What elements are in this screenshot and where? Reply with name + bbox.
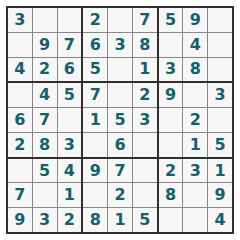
cell-r7c8[interactable]: 3 — [183, 159, 207, 183]
cell-r1c9[interactable] — [208, 8, 232, 32]
cell-r5c5[interactable]: 5 — [108, 108, 132, 132]
cell-r4c6[interactable]: 2 — [133, 83, 157, 107]
cell-r9c3[interactable]: 2 — [58, 208, 82, 232]
cell-r3c5[interactable] — [108, 58, 132, 82]
cell-r5c6[interactable]: 3 — [133, 108, 157, 132]
cell-r4c1[interactable] — [8, 83, 32, 107]
cell-r6c4[interactable] — [83, 133, 107, 157]
cell-r2c8[interactable]: 4 — [183, 33, 207, 57]
cell-r6c9[interactable]: 5 — [208, 133, 232, 157]
cell-r7c3[interactable]: 4 — [58, 159, 82, 183]
box-r2c1: 972815 — [83, 159, 156, 232]
box-r2c2: 231894 — [159, 159, 232, 232]
cell-r3c6[interactable]: 1 — [133, 58, 157, 82]
cell-r4c9[interactable]: 3 — [208, 83, 232, 107]
box-r0c2: 59438 — [159, 8, 232, 81]
cell-r5c7[interactable] — [159, 108, 183, 132]
cell-r5c3[interactable] — [58, 108, 82, 132]
cell-r7c2[interactable]: 5 — [33, 159, 57, 183]
cell-r4c4[interactable]: 7 — [83, 83, 107, 107]
cell-r5c2[interactable]: 7 — [33, 108, 57, 132]
cell-r6c7[interactable] — [159, 133, 183, 157]
cell-r6c1[interactable]: 2 — [8, 133, 32, 157]
cell-r3c3[interactable]: 6 — [58, 58, 82, 82]
cell-r1c4[interactable]: 2 — [83, 8, 107, 32]
cell-r9c7[interactable] — [159, 208, 183, 232]
cell-r8c6[interactable] — [133, 183, 157, 207]
cell-r6c6[interactable] — [133, 133, 157, 157]
box-r1c0: 4567283 — [8, 83, 81, 156]
cell-r1c2[interactable] — [33, 8, 57, 32]
cell-r6c3[interactable]: 3 — [58, 133, 82, 157]
cell-r2c6[interactable]: 8 — [133, 33, 157, 57]
cell-r9c9[interactable]: 4 — [208, 208, 232, 232]
cell-r9c6[interactable]: 5 — [133, 208, 157, 232]
cell-r6c2[interactable]: 8 — [33, 133, 57, 157]
cell-r7c9[interactable]: 1 — [208, 159, 232, 183]
cell-r3c1[interactable]: 4 — [8, 58, 32, 82]
cell-r2c7[interactable] — [159, 33, 183, 57]
cell-r7c6[interactable] — [133, 159, 157, 183]
cell-r3c9[interactable] — [208, 58, 232, 82]
cell-r2c4[interactable]: 6 — [83, 33, 107, 57]
cell-r2c3[interactable]: 7 — [58, 33, 82, 57]
cell-r9c4[interactable]: 8 — [83, 208, 107, 232]
cell-r8c8[interactable] — [183, 183, 207, 207]
box-r1c1: 721536 — [83, 83, 156, 156]
box-r2c0: 5471932 — [8, 159, 81, 232]
cell-r4c2[interactable]: 4 — [33, 83, 57, 107]
cell-r1c5[interactable] — [108, 8, 132, 32]
cell-r8c5[interactable]: 2 — [108, 183, 132, 207]
cell-r1c3[interactable] — [58, 8, 82, 32]
cell-r1c6[interactable]: 7 — [133, 8, 157, 32]
cell-r6c5[interactable]: 6 — [108, 133, 132, 157]
cell-r9c1[interactable]: 9 — [8, 208, 32, 232]
cell-r8c9[interactable]: 9 — [208, 183, 232, 207]
cell-r2c2[interactable]: 9 — [33, 33, 57, 57]
cell-r3c2[interactable]: 2 — [33, 58, 57, 82]
cell-r8c4[interactable] — [83, 183, 107, 207]
box-r0c1: 2763851 — [83, 8, 156, 81]
cell-r8c2[interactable] — [33, 183, 57, 207]
cell-r9c5[interactable]: 1 — [108, 208, 132, 232]
cell-r2c9[interactable] — [208, 33, 232, 57]
cell-r5c9[interactable] — [208, 108, 232, 132]
cell-r5c1[interactable]: 6 — [8, 108, 32, 132]
cell-r3c7[interactable]: 3 — [159, 58, 183, 82]
cell-r6c8[interactable]: 1 — [183, 133, 207, 157]
cell-r4c8[interactable] — [183, 83, 207, 107]
cell-r9c2[interactable]: 3 — [33, 208, 57, 232]
cell-r2c1[interactable] — [8, 33, 32, 57]
cell-r3c8[interactable]: 8 — [183, 58, 207, 82]
cell-r5c8[interactable]: 2 — [183, 108, 207, 132]
cell-r4c7[interactable]: 9 — [159, 83, 183, 107]
cell-r8c1[interactable]: 7 — [8, 183, 32, 207]
cell-r7c4[interactable]: 9 — [83, 159, 107, 183]
cell-r8c3[interactable]: 1 — [58, 183, 82, 207]
cell-r7c5[interactable]: 7 — [108, 159, 132, 183]
cell-r8c7[interactable]: 8 — [159, 183, 183, 207]
cell-r4c3[interactable]: 5 — [58, 83, 82, 107]
cell-r1c7[interactable]: 5 — [159, 8, 183, 32]
sudoku-board: 3974262763851594384567283721536932155471… — [6, 6, 234, 234]
cell-r3c4[interactable]: 5 — [83, 58, 107, 82]
cell-r7c7[interactable]: 2 — [159, 159, 183, 183]
cell-r9c8[interactable] — [183, 208, 207, 232]
sudoku-screenshot: 3974262763851594384567283721536932155471… — [0, 0, 240, 240]
cell-r1c8[interactable]: 9 — [183, 8, 207, 32]
cell-r4c5[interactable] — [108, 83, 132, 107]
box-r0c0: 397426 — [8, 8, 81, 81]
cell-r2c5[interactable]: 3 — [108, 33, 132, 57]
box-r1c2: 93215 — [159, 83, 232, 156]
cell-r7c1[interactable] — [8, 159, 32, 183]
cell-r5c4[interactable]: 1 — [83, 108, 107, 132]
cell-r1c1[interactable]: 3 — [8, 8, 32, 32]
